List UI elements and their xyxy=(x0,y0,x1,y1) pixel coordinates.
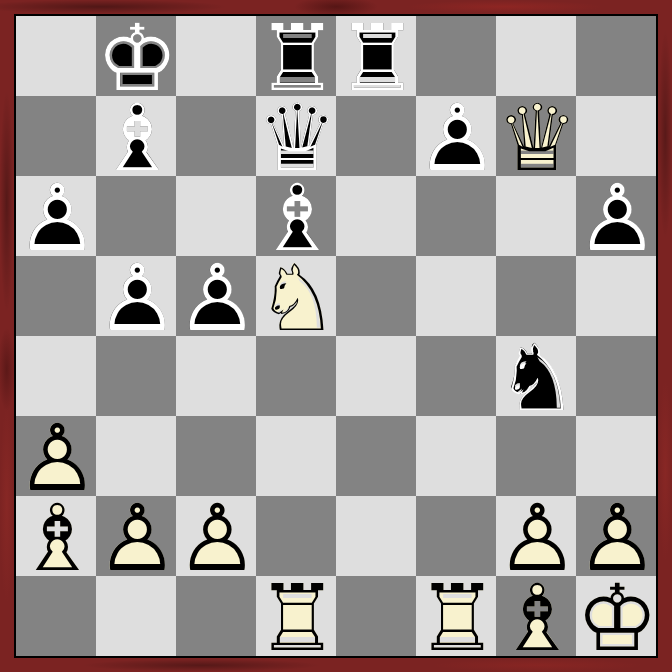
black-pawn-outline-glyph: ♙ xyxy=(416,99,496,179)
square-d2[interactable] xyxy=(256,496,336,576)
square-d4[interactable] xyxy=(256,336,336,416)
black-queen-fill-glyph: ♛ xyxy=(256,99,336,179)
black-rook-outline-glyph: ♖ xyxy=(256,19,336,99)
square-b7[interactable]: ♝♗ xyxy=(96,96,176,176)
square-b1[interactable] xyxy=(96,576,176,656)
white-rook-fill-glyph: ♜ xyxy=(416,579,496,659)
white-knight-outline-glyph: ♘ xyxy=(256,259,336,339)
square-e7[interactable] xyxy=(336,96,416,176)
square-e4[interactable] xyxy=(336,336,416,416)
white-bishop[interactable]: ♝♗ xyxy=(496,576,576,656)
square-c5[interactable]: ♟♙ xyxy=(176,256,256,336)
white-pawn-outline-glyph: ♙ xyxy=(576,499,656,579)
white-rook-fill-glyph: ♜ xyxy=(256,579,336,659)
square-h3[interactable] xyxy=(576,416,656,496)
white-pawn-fill-glyph: ♟ xyxy=(496,499,576,579)
square-g2[interactable]: ♟♙ xyxy=(496,496,576,576)
white-knight[interactable]: ♞♘ xyxy=(256,256,336,336)
square-h8[interactable] xyxy=(576,16,656,96)
white-king-outline-glyph: ♔ xyxy=(576,579,656,659)
black-bishop-outline-glyph: ♗ xyxy=(256,179,336,259)
square-b5[interactable]: ♟♙ xyxy=(96,256,176,336)
white-pawn[interactable]: ♟♙ xyxy=(496,496,576,576)
square-h5[interactable] xyxy=(576,256,656,336)
white-bishop-fill-glyph: ♝ xyxy=(16,499,96,579)
square-a8[interactable] xyxy=(16,16,96,96)
white-pawn-outline-glyph: ♙ xyxy=(176,499,256,579)
square-c8[interactable] xyxy=(176,16,256,96)
square-h1[interactable]: ♚♔ xyxy=(576,576,656,656)
square-b2[interactable]: ♟♙ xyxy=(96,496,176,576)
black-knight-fill-glyph: ♞ xyxy=(496,339,576,419)
square-g6[interactable] xyxy=(496,176,576,256)
square-a4[interactable] xyxy=(16,336,96,416)
square-c2[interactable]: ♟♙ xyxy=(176,496,256,576)
square-b6[interactable] xyxy=(96,176,176,256)
square-e1[interactable] xyxy=(336,576,416,656)
square-h7[interactable] xyxy=(576,96,656,176)
square-c3[interactable] xyxy=(176,416,256,496)
square-c7[interactable] xyxy=(176,96,256,176)
black-pawn-fill-glyph: ♟ xyxy=(576,179,656,259)
black-bishop-outline-glyph: ♗ xyxy=(96,99,176,179)
square-g5[interactable] xyxy=(496,256,576,336)
white-bishop-fill-glyph: ♝ xyxy=(496,579,576,659)
black-pawn[interactable]: ♟♙ xyxy=(16,176,96,256)
square-d5[interactable]: ♞♘ xyxy=(256,256,336,336)
square-h2[interactable]: ♟♙ xyxy=(576,496,656,576)
square-b4[interactable] xyxy=(96,336,176,416)
black-pawn[interactable]: ♟♙ xyxy=(416,96,496,176)
black-king-outline-glyph: ♔ xyxy=(96,19,176,99)
square-c6[interactable] xyxy=(176,176,256,256)
square-d8[interactable]: ♜♖ xyxy=(256,16,336,96)
square-c1[interactable] xyxy=(176,576,256,656)
white-bishop[interactable]: ♝♗ xyxy=(16,496,96,576)
black-pawn-fill-glyph: ♟ xyxy=(16,179,96,259)
square-a6[interactable]: ♟♙ xyxy=(16,176,96,256)
black-knight-outline-glyph: ♘ xyxy=(496,339,576,419)
square-a2[interactable]: ♝♗ xyxy=(16,496,96,576)
white-rook-outline-glyph: ♖ xyxy=(256,579,336,659)
black-knight[interactable]: ♞♘ xyxy=(496,336,576,416)
square-g7[interactable]: ♛♕ xyxy=(496,96,576,176)
square-g4[interactable]: ♞♘ xyxy=(496,336,576,416)
square-g3[interactable] xyxy=(496,416,576,496)
black-king[interactable]: ♚♔ xyxy=(96,16,176,96)
square-c4[interactable] xyxy=(176,336,256,416)
square-f7[interactable]: ♟♙ xyxy=(416,96,496,176)
square-e8[interactable]: ♜♖ xyxy=(336,16,416,96)
square-e5[interactable] xyxy=(336,256,416,336)
white-pawn-fill-glyph: ♟ xyxy=(16,419,96,499)
white-king[interactable]: ♚♔ xyxy=(576,576,656,656)
white-pawn-fill-glyph: ♟ xyxy=(576,499,656,579)
white-pawn-outline-glyph: ♙ xyxy=(96,499,176,579)
chess-board: ♚♔♜♖♜♖♝♗♛♕♟♙♛♕♟♙♝♗♟♙♟♙♟♙♞♘♞♘♟♙♝♗♟♙♟♙♟♙♟♙… xyxy=(14,14,658,658)
square-f6[interactable] xyxy=(416,176,496,256)
square-a5[interactable] xyxy=(16,256,96,336)
square-f1[interactable]: ♜♖ xyxy=(416,576,496,656)
square-h6[interactable]: ♟♙ xyxy=(576,176,656,256)
white-pawn-fill-glyph: ♟ xyxy=(96,499,176,579)
black-king-fill-glyph: ♚ xyxy=(96,19,176,99)
square-d3[interactable] xyxy=(256,416,336,496)
black-rook-outline-glyph: ♖ xyxy=(336,19,416,99)
black-rook[interactable]: ♜♖ xyxy=(336,16,416,96)
square-d6[interactable]: ♝♗ xyxy=(256,176,336,256)
black-pawn-fill-glyph: ♟ xyxy=(176,259,256,339)
board-frame: ♚♔♜♖♜♖♝♗♛♕♟♙♛♕♟♙♝♗♟♙♟♙♟♙♞♘♞♘♟♙♝♗♟♙♟♙♟♙♟♙… xyxy=(0,0,672,672)
square-a1[interactable] xyxy=(16,576,96,656)
white-queen[interactable]: ♛♕ xyxy=(496,96,576,176)
white-pawn-fill-glyph: ♟ xyxy=(176,499,256,579)
white-pawn[interactable]: ♟♙ xyxy=(576,496,656,576)
white-king-fill-glyph: ♚ xyxy=(576,579,656,659)
white-queen-outline-glyph: ♕ xyxy=(496,99,576,179)
white-rook-outline-glyph: ♖ xyxy=(416,579,496,659)
white-pawn-outline-glyph: ♙ xyxy=(496,499,576,579)
black-pawn-outline-glyph: ♙ xyxy=(176,259,256,339)
black-pawn[interactable]: ♟♙ xyxy=(176,256,256,336)
white-pawn[interactable]: ♟♙ xyxy=(16,416,96,496)
black-pawn[interactable]: ♟♙ xyxy=(96,256,176,336)
black-pawn-outline-glyph: ♙ xyxy=(96,259,176,339)
white-pawn[interactable]: ♟♙ xyxy=(176,496,256,576)
black-bishop[interactable]: ♝♗ xyxy=(96,96,176,176)
square-f3[interactable] xyxy=(416,416,496,496)
black-pawn-fill-glyph: ♟ xyxy=(416,99,496,179)
white-bishop-outline-glyph: ♗ xyxy=(496,579,576,659)
black-rook[interactable]: ♜♖ xyxy=(256,16,336,96)
black-queen-outline-glyph: ♕ xyxy=(256,99,336,179)
white-knight-fill-glyph: ♞ xyxy=(256,259,336,339)
square-a7[interactable] xyxy=(16,96,96,176)
white-bishop-outline-glyph: ♗ xyxy=(16,499,96,579)
square-f8[interactable] xyxy=(416,16,496,96)
square-h4[interactable] xyxy=(576,336,656,416)
square-g8[interactable] xyxy=(496,16,576,96)
square-d7[interactable]: ♛♕ xyxy=(256,96,336,176)
square-b8[interactable]: ♚♔ xyxy=(96,16,176,96)
black-pawn-fill-glyph: ♟ xyxy=(96,259,176,339)
square-g1[interactable]: ♝♗ xyxy=(496,576,576,656)
black-bishop[interactable]: ♝♗ xyxy=(256,176,336,256)
white-queen-fill-glyph: ♛ xyxy=(496,99,576,179)
square-b3[interactable] xyxy=(96,416,176,496)
square-e2[interactable] xyxy=(336,496,416,576)
white-rook[interactable]: ♜♖ xyxy=(256,576,336,656)
black-bishop-fill-glyph: ♝ xyxy=(256,179,336,259)
square-a3[interactable]: ♟♙ xyxy=(16,416,96,496)
square-f5[interactable] xyxy=(416,256,496,336)
black-pawn[interactable]: ♟♙ xyxy=(576,176,656,256)
black-queen[interactable]: ♛♕ xyxy=(256,96,336,176)
black-rook-fill-glyph: ♜ xyxy=(256,19,336,99)
black-rook-fill-glyph: ♜ xyxy=(336,19,416,99)
square-d1[interactable]: ♜♖ xyxy=(256,576,336,656)
square-f2[interactable] xyxy=(416,496,496,576)
black-pawn-outline-glyph: ♙ xyxy=(16,179,96,259)
black-pawn-outline-glyph: ♙ xyxy=(576,179,656,259)
black-bishop-fill-glyph: ♝ xyxy=(96,99,176,179)
square-e6[interactable] xyxy=(336,176,416,256)
square-e3[interactable] xyxy=(336,416,416,496)
white-pawn-outline-glyph: ♙ xyxy=(16,419,96,499)
white-pawn[interactable]: ♟♙ xyxy=(96,496,176,576)
square-f4[interactable] xyxy=(416,336,496,416)
white-rook[interactable]: ♜♖ xyxy=(416,576,496,656)
